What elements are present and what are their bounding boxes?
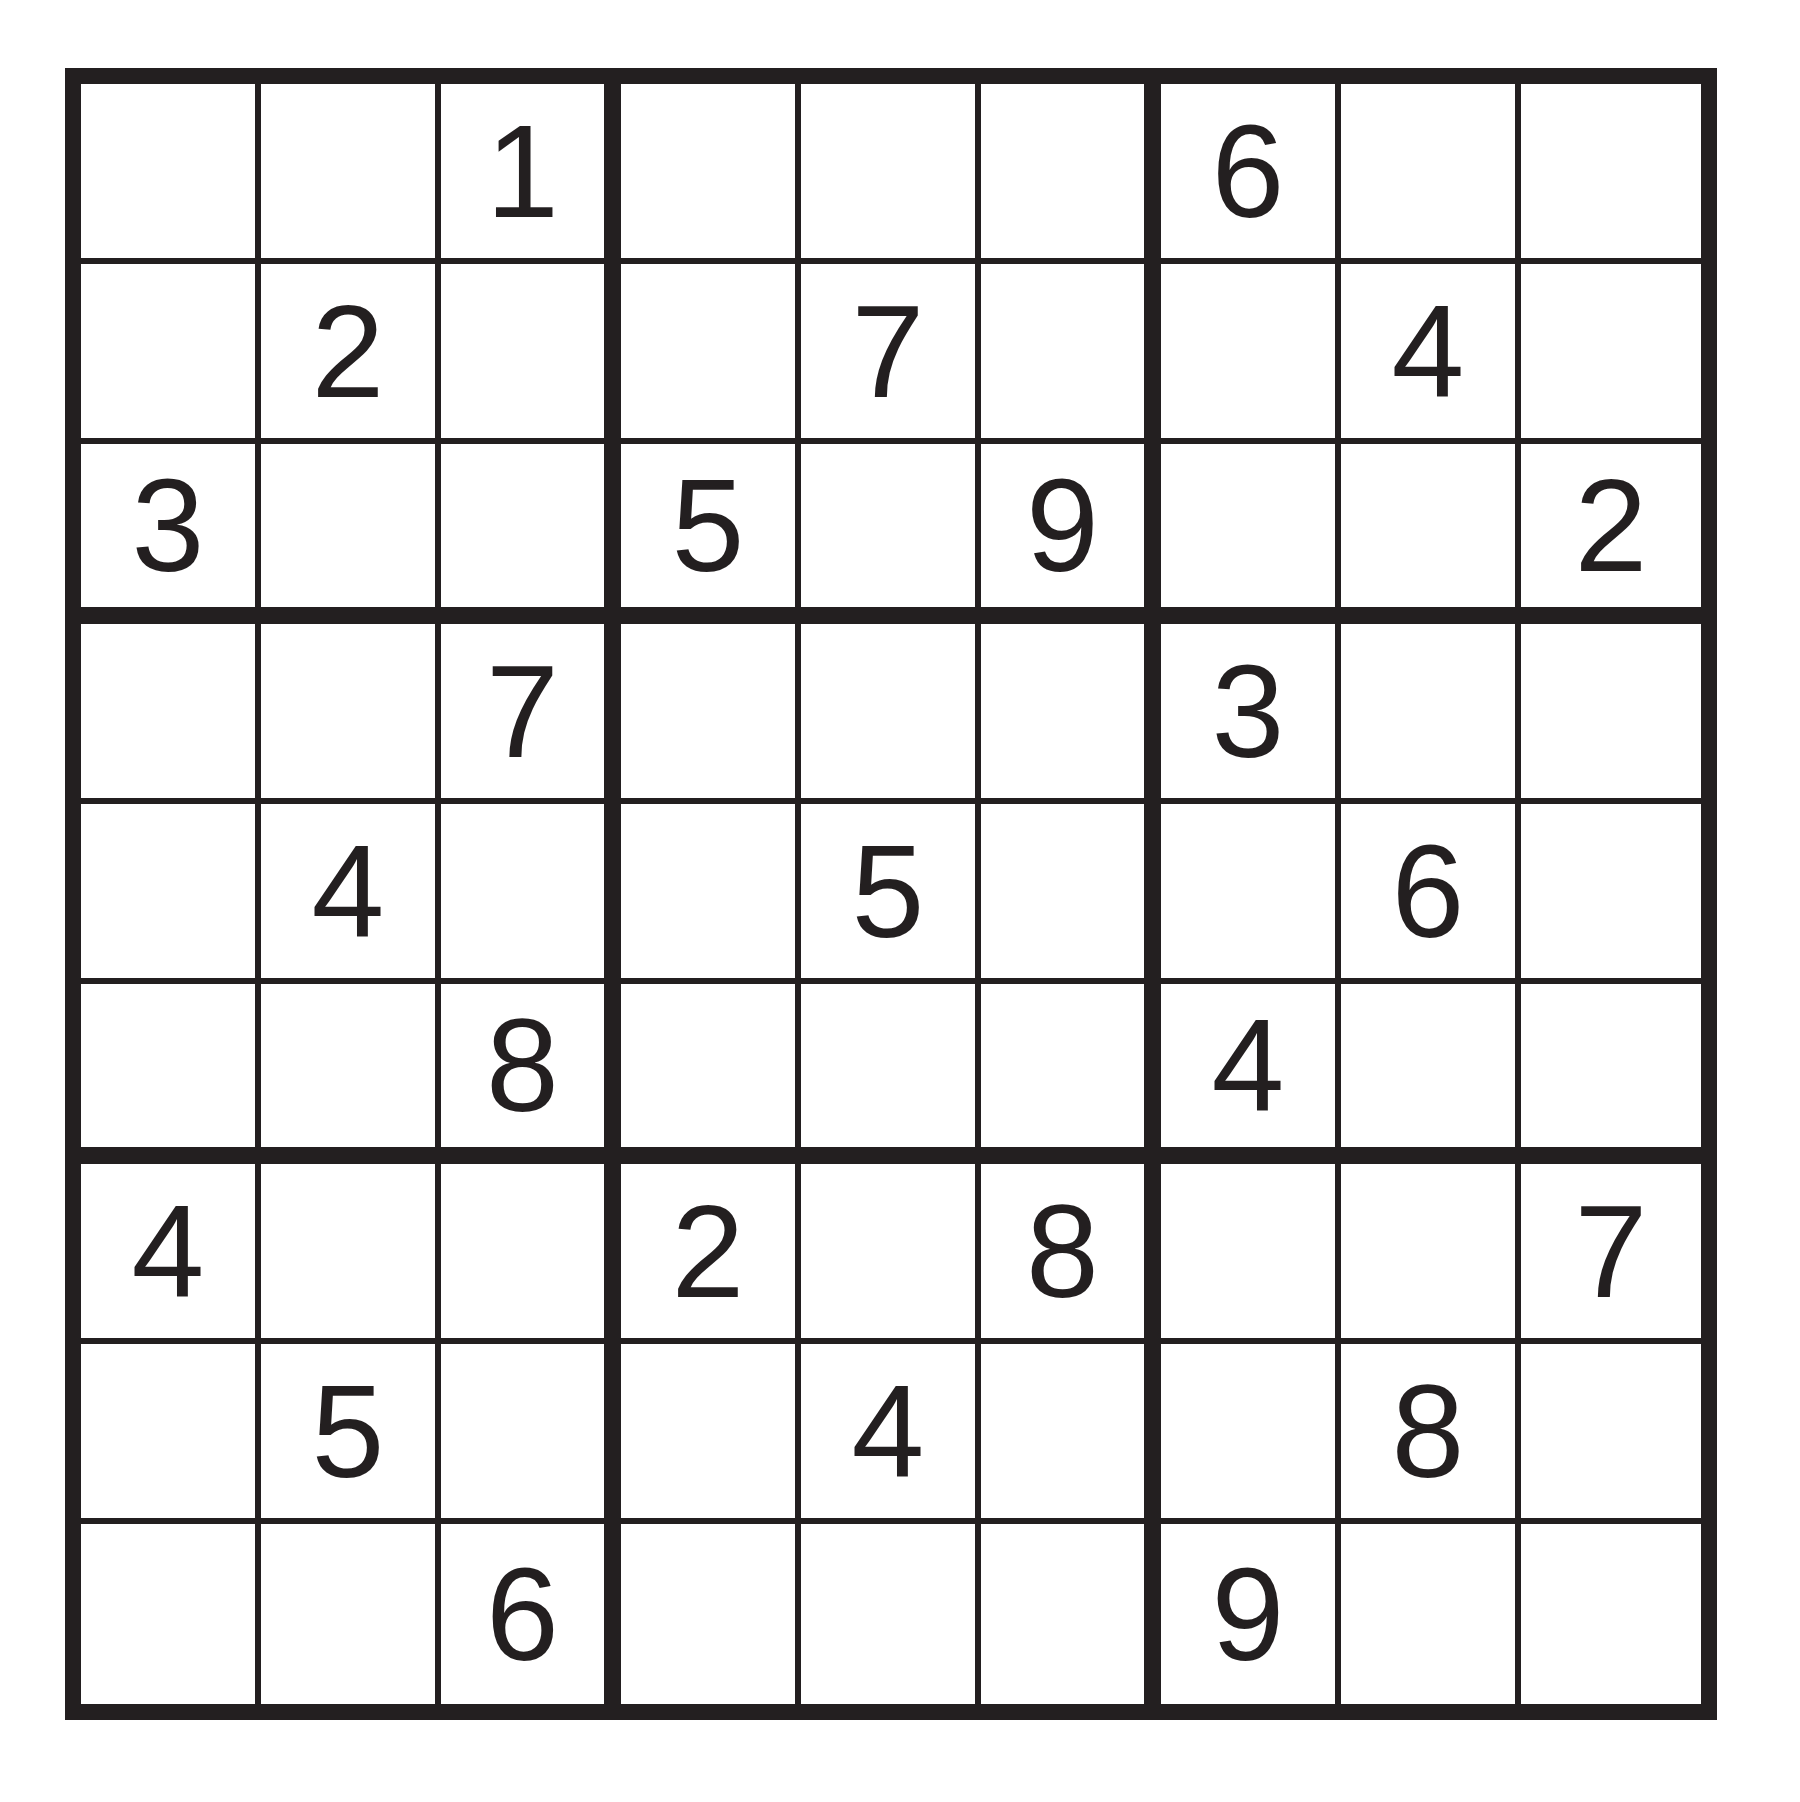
cell-r6c3-given: 8 [441,984,621,1164]
sudoku-page: 1627435927345684428754869 [0,0,1800,1802]
cell-r1c8-empty[interactable] [1341,84,1521,264]
cell-r8c1-empty[interactable] [81,1344,261,1524]
cell-r6c2-empty[interactable] [261,984,441,1164]
cell-r5c4-empty[interactable] [621,804,801,984]
cell-r4c8-empty[interactable] [1341,624,1521,804]
cell-r8c9-empty[interactable] [1521,1344,1701,1524]
cell-r1c2-empty[interactable] [261,84,441,264]
cell-r8c7-empty[interactable] [1161,1344,1341,1524]
cell-r6c6-empty[interactable] [981,984,1161,1164]
cell-r6c9-empty[interactable] [1521,984,1701,1164]
cell-r3c2-empty[interactable] [261,444,441,624]
cell-r9c2-empty[interactable] [261,1524,441,1704]
cell-r7c4-given: 2 [621,1164,801,1344]
cell-r9c5-empty[interactable] [801,1524,981,1704]
cell-r7c9-given: 7 [1521,1164,1701,1344]
cell-r3c5-empty[interactable] [801,444,981,624]
cell-r4c7-given: 3 [1161,624,1341,804]
cell-r9c3-given: 6 [441,1524,621,1704]
cell-r8c3-empty[interactable] [441,1344,621,1524]
cell-r4c3-given: 7 [441,624,621,804]
cell-r4c2-empty[interactable] [261,624,441,804]
cell-r3c8-empty[interactable] [1341,444,1521,624]
cell-r3c1-given: 3 [81,444,261,624]
cell-r6c1-empty[interactable] [81,984,261,1164]
cell-r2c7-empty[interactable] [1161,264,1341,444]
cell-r5c3-empty[interactable] [441,804,621,984]
cell-r6c7-given: 4 [1161,984,1341,1164]
cell-r1c5-empty[interactable] [801,84,981,264]
cell-r8c5-given: 4 [801,1344,981,1524]
cell-r5c2-given: 4 [261,804,441,984]
cell-r7c2-empty[interactable] [261,1164,441,1344]
cell-r2c1-empty[interactable] [81,264,261,444]
cell-r2c8-given: 4 [1341,264,1521,444]
cell-r3c6-given: 9 [981,444,1161,624]
cell-r7c7-empty[interactable] [1161,1164,1341,1344]
cell-r2c4-empty[interactable] [621,264,801,444]
cell-r2c5-given: 7 [801,264,981,444]
cell-r1c4-empty[interactable] [621,84,801,264]
cell-r1c9-empty[interactable] [1521,84,1701,264]
cell-r6c4-empty[interactable] [621,984,801,1164]
cell-r9c4-empty[interactable] [621,1524,801,1704]
cell-r9c6-empty[interactable] [981,1524,1161,1704]
cell-r7c6-given: 8 [981,1164,1161,1344]
cell-r5c1-empty[interactable] [81,804,261,984]
cell-r8c6-empty[interactable] [981,1344,1161,1524]
cell-r1c7-given: 6 [1161,84,1341,264]
cell-r8c8-given: 8 [1341,1344,1521,1524]
cell-r1c6-empty[interactable] [981,84,1161,264]
cell-r3c7-empty[interactable] [1161,444,1341,624]
cell-r4c6-empty[interactable] [981,624,1161,804]
cell-r2c6-empty[interactable] [981,264,1161,444]
cell-r7c1-given: 4 [81,1164,261,1344]
cell-r7c5-empty[interactable] [801,1164,981,1344]
cell-r5c9-empty[interactable] [1521,804,1701,984]
cell-r4c9-empty[interactable] [1521,624,1701,804]
cell-r5c6-empty[interactable] [981,804,1161,984]
cell-r6c8-empty[interactable] [1341,984,1521,1164]
cell-r2c9-empty[interactable] [1521,264,1701,444]
cell-r1c3-given: 1 [441,84,621,264]
cell-r7c3-empty[interactable] [441,1164,621,1344]
cell-r2c3-empty[interactable] [441,264,621,444]
cell-r8c2-given: 5 [261,1344,441,1524]
cell-r3c4-given: 5 [621,444,801,624]
cell-r4c1-empty[interactable] [81,624,261,804]
cell-r9c1-empty[interactable] [81,1524,261,1704]
cell-r5c5-given: 5 [801,804,981,984]
cell-r7c8-empty[interactable] [1341,1164,1521,1344]
cell-r5c8-given: 6 [1341,804,1521,984]
cell-r3c3-empty[interactable] [441,444,621,624]
cell-r8c4-empty[interactable] [621,1344,801,1524]
cell-r9c8-empty[interactable] [1341,1524,1521,1704]
cell-r9c7-given: 9 [1161,1524,1341,1704]
sudoku-grid: 1627435927345684428754869 [81,84,1701,1704]
cell-r2c2-given: 2 [261,264,441,444]
cell-r3c9-given: 2 [1521,444,1701,624]
sudoku-board: 1627435927345684428754869 [65,68,1717,1720]
cell-r1c1-empty[interactable] [81,84,261,264]
cell-r5c7-empty[interactable] [1161,804,1341,984]
cell-r6c5-empty[interactable] [801,984,981,1164]
cell-r4c4-empty[interactable] [621,624,801,804]
cell-r9c9-empty[interactable] [1521,1524,1701,1704]
cell-r4c5-empty[interactable] [801,624,981,804]
